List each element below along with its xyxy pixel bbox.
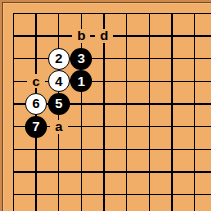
board-edge-highlight-top — [3, 3, 211, 4]
grid-line-h-3 — [13, 58, 211, 59]
stone-black-5[interactable]: 5 — [48, 93, 70, 115]
stone-black-1[interactable]: 1 — [70, 70, 92, 92]
stone-black-3[interactable]: 3 — [70, 48, 92, 70]
grid-line-h-8 — [13, 171, 211, 172]
board-edge-highlight-left — [3, 3, 4, 211]
grid-line-h-1 — [13, 13, 211, 14]
grid-line-v-9 — [194, 13, 195, 211]
grid-line-h-9 — [13, 194, 211, 195]
stone-white-6[interactable]: 6 — [25, 93, 47, 115]
point-label-a[interactable]: a — [50, 120, 68, 134]
stone-white-4[interactable]: 4 — [48, 70, 70, 92]
stone-black-7[interactable]: 7 — [25, 116, 47, 138]
grid-line-v-8 — [171, 13, 172, 211]
point-label-c[interactable]: c — [27, 74, 45, 88]
grid-line-v-7 — [149, 13, 150, 211]
grid-line-h-7 — [13, 149, 211, 150]
grid-line-v-1 — [13, 13, 14, 211]
point-label-d[interactable]: d — [95, 29, 113, 43]
stone-white-2[interactable]: 2 — [48, 48, 70, 70]
point-label-b[interactable]: b — [72, 29, 90, 43]
grid-line-v-6 — [126, 13, 127, 211]
go-board: abcd1234567 — [0, 0, 211, 211]
